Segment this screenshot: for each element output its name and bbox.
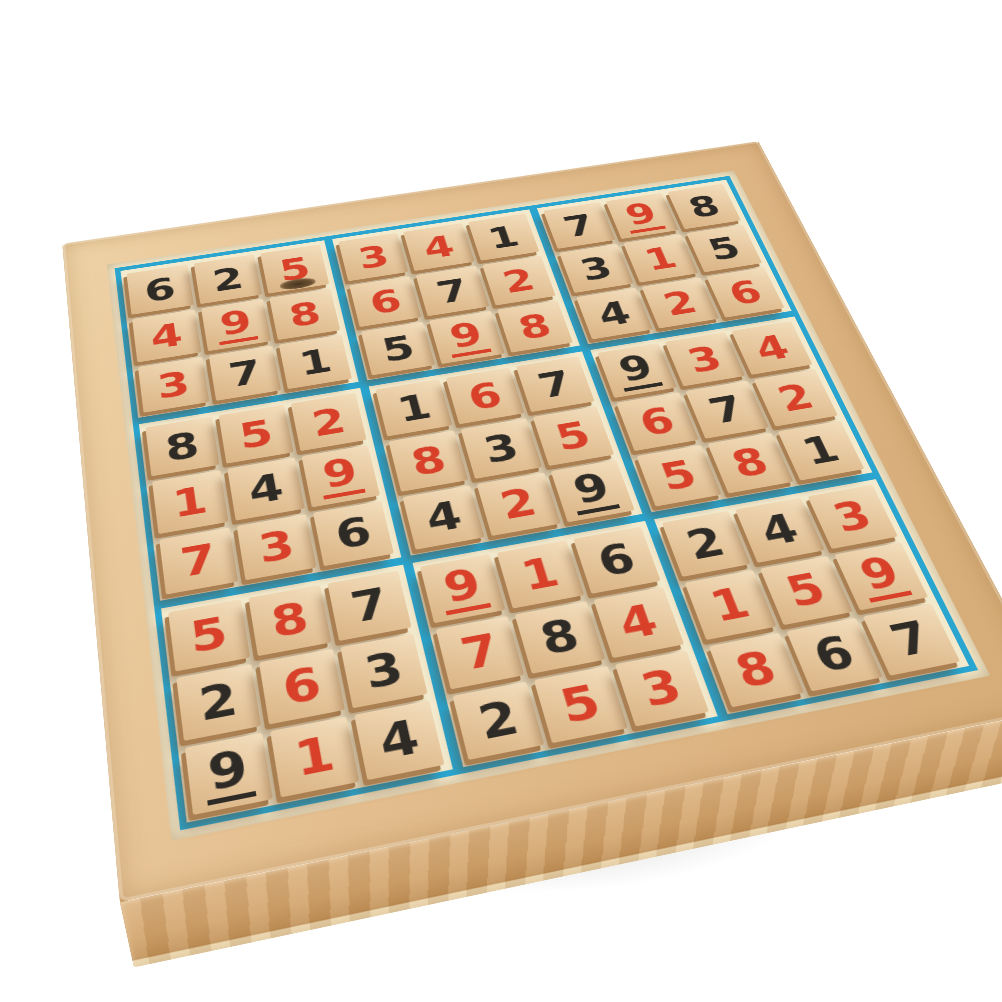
digit: 9 <box>201 741 257 805</box>
digit: 1 <box>640 242 681 275</box>
cell-r3c4: 5 <box>361 322 435 376</box>
digit: 8 <box>535 612 584 661</box>
tile-r9c1[interactable]: 9 <box>185 733 273 815</box>
digit: 4 <box>422 495 466 538</box>
digit: 5 <box>551 416 595 456</box>
cell-r8c3: 3 <box>341 633 428 708</box>
cell-r4c2: 5 <box>219 405 294 464</box>
digit: 1 <box>704 581 755 628</box>
tile-r8c2[interactable]: 6 <box>259 648 345 724</box>
tile-r6c6[interactable]: 9 <box>550 459 634 522</box>
tile-r7c1[interactable]: 5 <box>168 599 250 671</box>
tile-r6c2[interactable]: 3 <box>237 514 317 580</box>
digit: 3 <box>827 495 878 538</box>
tile-r2c8[interactable]: 1 <box>623 234 698 283</box>
cell-r6c2: 3 <box>237 514 317 580</box>
tile-r4c6[interactable]: 7 <box>516 356 595 412</box>
tile-r2c2[interactable]: 9 <box>201 299 271 351</box>
cell-r2c7: 3 <box>559 244 634 293</box>
digit: 9 <box>214 304 259 345</box>
tile-r5c8[interactable]: 7 <box>685 381 768 439</box>
tile-r4c5[interactable]: 6 <box>446 368 524 425</box>
cell-r7c8: 4 <box>735 497 825 562</box>
digit: 8 <box>286 297 323 332</box>
digit: 8 <box>163 426 201 466</box>
cell-r4c8: 3 <box>665 332 746 386</box>
digit: 3 <box>361 645 407 695</box>
tile-r3c8[interactable]: 2 <box>641 278 719 329</box>
tile-r2c7[interactable]: 3 <box>559 244 634 293</box>
tile-r6c9[interactable]: 1 <box>777 420 864 480</box>
digit: 5 <box>236 414 275 454</box>
digit: 2 <box>496 482 541 525</box>
cell-r5c1: 1 <box>152 470 228 533</box>
cell-r2c6: 2 <box>482 256 556 306</box>
tile-r7c4[interactable]: 9 <box>420 554 506 623</box>
digit: 7 <box>456 627 504 677</box>
cell-r8c8: 5 <box>760 556 853 625</box>
digit: 2 <box>659 286 702 320</box>
tile-r7c9[interactable]: 3 <box>807 484 898 548</box>
box-1-1: 625498371 <box>121 240 359 418</box>
tile-r5c1[interactable]: 1 <box>152 470 228 533</box>
cell-r8c4: 7 <box>436 616 525 690</box>
cell-r6c9: 1 <box>777 420 864 480</box>
box-1-3: 798315426 <box>537 180 792 345</box>
tile-r3c2[interactable]: 7 <box>209 346 281 401</box>
digit: 9 <box>618 198 666 234</box>
tile-r1c7[interactable]: 7 <box>543 202 615 249</box>
tile-r9c7[interactable]: 8 <box>708 633 804 708</box>
tile-r3c7[interactable]: 4 <box>576 288 653 340</box>
tile-r1c3[interactable]: 5 <box>260 244 329 293</box>
digit: 9 <box>435 561 491 615</box>
tile-r8c5[interactable]: 8 <box>515 601 605 674</box>
cell-r7c9: 3 <box>807 484 898 548</box>
digit: 1 <box>517 551 564 597</box>
digit: 2 <box>309 402 349 441</box>
cell-r7c7: 2 <box>661 511 750 577</box>
tile-r3c6[interactable]: 8 <box>497 300 573 352</box>
cell-r6c8: 8 <box>707 432 793 493</box>
tile-r9c6[interactable]: 3 <box>614 650 708 726</box>
digit: 5 <box>703 232 745 264</box>
box-3-3: 243159867 <box>654 479 969 714</box>
digit: 7 <box>226 355 264 392</box>
box-3-1: 587263914 <box>161 564 453 822</box>
digit: 6 <box>592 537 640 582</box>
digit: 3 <box>635 663 687 714</box>
digit: 6 <box>724 275 767 309</box>
digit: 3 <box>355 240 392 273</box>
tile-r1c9[interactable]: 8 <box>667 184 741 230</box>
tile-r6c7[interactable]: 5 <box>636 445 721 507</box>
cell-r4c4: 1 <box>376 379 453 436</box>
digit: 7 <box>178 538 219 583</box>
tile-r8c6[interactable]: 4 <box>593 587 684 658</box>
digit: 4 <box>149 318 185 354</box>
cell-r4c6: 7 <box>516 356 595 412</box>
digit: 8 <box>268 596 312 644</box>
digit: 4 <box>755 508 805 552</box>
cell-r9c1: 9 <box>185 733 273 815</box>
cell-r4c1: 8 <box>145 417 219 477</box>
tile-r8c9[interactable]: 9 <box>834 542 928 610</box>
digit: 4 <box>593 296 635 331</box>
digit: 3 <box>683 341 727 378</box>
tile-r3c1[interactable]: 3 <box>138 357 210 413</box>
digit: 5 <box>555 678 606 730</box>
tile-r5c4[interactable]: 8 <box>389 431 469 492</box>
cell-r7c3: 7 <box>328 570 412 640</box>
tile-r7c7[interactable]: 2 <box>661 511 750 577</box>
tile-r1c5[interactable]: 4 <box>404 223 475 271</box>
tile-r7c2[interactable]: 8 <box>248 585 331 656</box>
tile-r1c6[interactable]: 1 <box>468 214 540 261</box>
cell-r4c7: 9 <box>597 343 677 398</box>
box-1-2: 341672598 <box>332 209 579 380</box>
digit: 2 <box>499 264 539 298</box>
cell-r9c6: 3 <box>614 650 708 726</box>
digit: 9 <box>610 349 663 392</box>
tile-r6c4[interactable]: 4 <box>403 485 485 549</box>
cell-r2c5: 7 <box>416 266 489 316</box>
digit: 6 <box>464 377 506 415</box>
digit: 2 <box>210 262 246 296</box>
cell-r1c6: 1 <box>468 214 540 261</box>
digit: 1 <box>394 388 435 427</box>
tile-r3c4[interactable]: 5 <box>361 322 435 376</box>
cell-r1c2: 2 <box>194 254 262 304</box>
tile-r7c3[interactable]: 7 <box>328 570 412 640</box>
cell-r6c5: 2 <box>477 472 560 536</box>
digit: 6 <box>634 402 679 441</box>
tile-r2c6[interactable]: 2 <box>482 256 556 306</box>
cell-r2c8: 1 <box>623 234 698 283</box>
cell-r9c4: 2 <box>453 681 545 759</box>
cell-r2c3: 8 <box>269 288 340 340</box>
tile-r2c9[interactable]: 5 <box>686 224 762 272</box>
tile-r4c9[interactable]: 4 <box>731 321 812 375</box>
tile-r9c5[interactable]: 5 <box>534 666 627 743</box>
tile-r4c3[interactable]: 2 <box>291 393 367 451</box>
digit: 8 <box>726 442 774 483</box>
cell-r1c7: 7 <box>543 202 615 249</box>
tile-r5c7[interactable]: 6 <box>616 393 698 451</box>
tile-r1c2[interactable]: 2 <box>194 254 262 304</box>
digit: 9 <box>849 549 912 602</box>
tile-r4c4[interactable]: 1 <box>376 379 453 436</box>
digit: 4 <box>420 231 458 263</box>
cell-r6c1: 7 <box>159 527 238 594</box>
tile-r9c9[interactable]: 7 <box>863 603 961 676</box>
cell-r1c4: 3 <box>339 233 409 281</box>
cell-r5c3: 9 <box>302 445 380 507</box>
cell-r4c3: 2 <box>291 393 367 451</box>
tile-r2c4[interactable]: 6 <box>350 276 422 327</box>
cell-r1c8: 9 <box>606 193 679 239</box>
cell-r3c9: 6 <box>706 267 784 317</box>
digit: 1 <box>796 430 844 471</box>
tile-r4c1[interactable]: 8 <box>145 417 219 477</box>
digit: 7 <box>433 274 472 308</box>
tile-r4c7[interactable]: 9 <box>597 343 677 398</box>
tile-r7c5[interactable]: 1 <box>497 540 584 608</box>
digit: 5 <box>655 454 702 496</box>
digit: 7 <box>559 210 598 241</box>
tile-r9c8[interactable]: 6 <box>786 618 883 692</box>
box-2-2: 167835429 <box>369 352 642 556</box>
cell-r8c9: 9 <box>834 542 928 610</box>
cell-r6c3: 6 <box>313 500 394 565</box>
cell-r3c1: 3 <box>138 357 210 413</box>
tile-r9c2[interactable]: 1 <box>270 716 359 797</box>
box-2-1: 852149736 <box>139 388 402 600</box>
digit: 5 <box>780 567 832 614</box>
tile-r1c4[interactable]: 3 <box>339 233 409 281</box>
digit: 8 <box>407 440 450 481</box>
tile-r8c3[interactable]: 3 <box>341 633 428 708</box>
digit: 7 <box>533 365 576 403</box>
tile-r8c7[interactable]: 1 <box>684 570 776 640</box>
cell-r6c7: 5 <box>636 445 721 507</box>
cell-r8c7: 1 <box>684 570 776 640</box>
tile-r5c3[interactable]: 9 <box>302 445 380 507</box>
cell-r1c3: 5 <box>260 244 329 293</box>
digit: 4 <box>246 468 287 510</box>
digit: 8 <box>514 309 555 344</box>
sudoku-board: 6254983713416725987983154268521497361678… <box>62 141 1002 902</box>
cell-r9c2: 1 <box>270 716 359 797</box>
board-grid: 6254983713416725987983154268521497361678… <box>115 176 978 831</box>
cell-r7c2: 8 <box>248 585 331 656</box>
digit: 7 <box>884 615 939 664</box>
cell-r8c6: 4 <box>593 587 684 658</box>
digit: 2 <box>196 676 240 728</box>
digit: 7 <box>347 581 392 628</box>
tile-r1c8[interactable]: 9 <box>606 193 679 239</box>
cell-r7c6: 6 <box>573 526 661 593</box>
digit: 1 <box>484 221 523 253</box>
box-3-2: 916784253 <box>413 521 718 767</box>
cell-r6c4: 4 <box>403 485 485 549</box>
tile-r3c3[interactable]: 1 <box>279 335 352 390</box>
digit: 2 <box>772 378 819 416</box>
board-base: 6254983713416725987983154268521497361678… <box>107 171 990 841</box>
digit: 9 <box>564 466 620 515</box>
cell-r3c2: 7 <box>209 346 281 401</box>
digit: 6 <box>366 284 404 318</box>
cell-r3c8: 2 <box>641 278 719 329</box>
digit: 2 <box>681 521 730 566</box>
digit: 1 <box>170 480 210 523</box>
cell-r2c4: 6 <box>350 276 422 327</box>
cell-r8c5: 8 <box>515 601 605 674</box>
cell-r7c1: 5 <box>168 599 250 671</box>
cell-r8c2: 6 <box>259 648 345 724</box>
digit: 7 <box>704 390 750 429</box>
tile-r8c8[interactable]: 5 <box>760 556 853 625</box>
scene: 6254983713416725987983154268521497361678… <box>0 0 1002 1002</box>
cell-r5c7: 6 <box>616 393 698 451</box>
digit: 6 <box>143 272 178 306</box>
cell-r9c7: 8 <box>708 633 804 708</box>
cell-r5c5: 3 <box>461 418 541 478</box>
cell-r5c8: 7 <box>685 381 768 439</box>
digit: 4 <box>375 713 423 767</box>
cell-r2c2: 9 <box>201 299 271 351</box>
cell-r7c5: 1 <box>497 540 584 608</box>
tile-r6c8[interactable]: 8 <box>707 432 793 493</box>
tile-r8c1[interactable]: 2 <box>176 664 261 741</box>
digit: 8 <box>729 644 782 694</box>
tile-r7c8[interactable]: 4 <box>735 497 825 562</box>
cell-r5c2: 4 <box>227 458 304 521</box>
digit: 1 <box>291 729 338 784</box>
cell-r9c5: 5 <box>534 666 627 743</box>
cell-r8c1: 2 <box>176 664 261 741</box>
tile-r4c2[interactable]: 5 <box>219 405 294 464</box>
digit: 2 <box>474 694 524 747</box>
cell-r6c6: 9 <box>550 459 634 522</box>
digit: 3 <box>479 428 522 468</box>
tile-r2c3[interactable]: 8 <box>269 288 340 340</box>
cell-r3c3: 1 <box>279 335 352 390</box>
tile-r1c1[interactable]: 6 <box>126 264 194 314</box>
tile-r5c2[interactable]: 4 <box>227 458 304 521</box>
digit: 4 <box>749 330 794 366</box>
cell-r4c9: 4 <box>731 321 812 375</box>
cell-r9c8: 6 <box>786 618 883 692</box>
tile-r9c3[interactable]: 4 <box>354 700 445 780</box>
cell-r7c4: 9 <box>420 554 506 623</box>
box-2-3: 934672581 <box>590 317 872 512</box>
cell-r2c9: 5 <box>686 224 762 272</box>
digit: 3 <box>576 252 617 285</box>
cell-r1c1: 6 <box>126 264 194 314</box>
digit: 5 <box>188 610 231 659</box>
digit: 9 <box>442 317 491 359</box>
digit: 8 <box>684 191 725 222</box>
cell-r3c6: 8 <box>497 300 573 352</box>
cell-r3c5: 9 <box>429 311 504 364</box>
tile-r5c6[interactable]: 5 <box>532 407 613 466</box>
digit: 6 <box>279 660 324 711</box>
tile-r5c9[interactable]: 2 <box>754 369 838 426</box>
tile-r3c5[interactable]: 9 <box>429 311 504 364</box>
cell-r5c6: 5 <box>532 407 613 466</box>
tile-r8c4[interactable]: 7 <box>436 616 525 690</box>
tile-r2c5[interactable]: 7 <box>416 266 489 316</box>
tile-r6c3[interactable]: 6 <box>313 500 394 565</box>
digit: 5 <box>277 252 313 285</box>
digit: 4 <box>613 598 663 646</box>
cell-r9c3: 4 <box>354 700 445 780</box>
tile-r3c9[interactable]: 6 <box>706 267 784 317</box>
cell-r2c1: 4 <box>132 309 201 362</box>
digit: 9 <box>316 452 367 500</box>
cell-r1c9: 8 <box>667 184 741 230</box>
digit: 3 <box>255 524 297 569</box>
cell-r9c9: 7 <box>863 603 961 676</box>
digit: 3 <box>155 366 192 404</box>
cell-r1c5: 4 <box>404 223 475 271</box>
tile-r6c5[interactable]: 2 <box>477 472 560 536</box>
digit: 6 <box>807 629 861 679</box>
cell-r3c7: 4 <box>576 288 653 340</box>
cell-r4c5: 6 <box>446 368 524 425</box>
tile-r7c6[interactable]: 6 <box>573 526 661 593</box>
tile-r4c8[interactable]: 3 <box>665 332 746 386</box>
cell-r5c4: 8 <box>389 431 469 492</box>
tile-r9c4[interactable]: 2 <box>453 681 545 759</box>
tile-r5c5[interactable]: 3 <box>461 418 541 478</box>
tile-r2c1[interactable]: 4 <box>132 309 201 362</box>
digit: 6 <box>332 511 375 555</box>
tile-r6c1[interactable]: 7 <box>159 527 238 594</box>
digit: 1 <box>296 343 335 380</box>
digit: 5 <box>378 330 418 366</box>
cell-r5c9: 2 <box>754 369 838 426</box>
